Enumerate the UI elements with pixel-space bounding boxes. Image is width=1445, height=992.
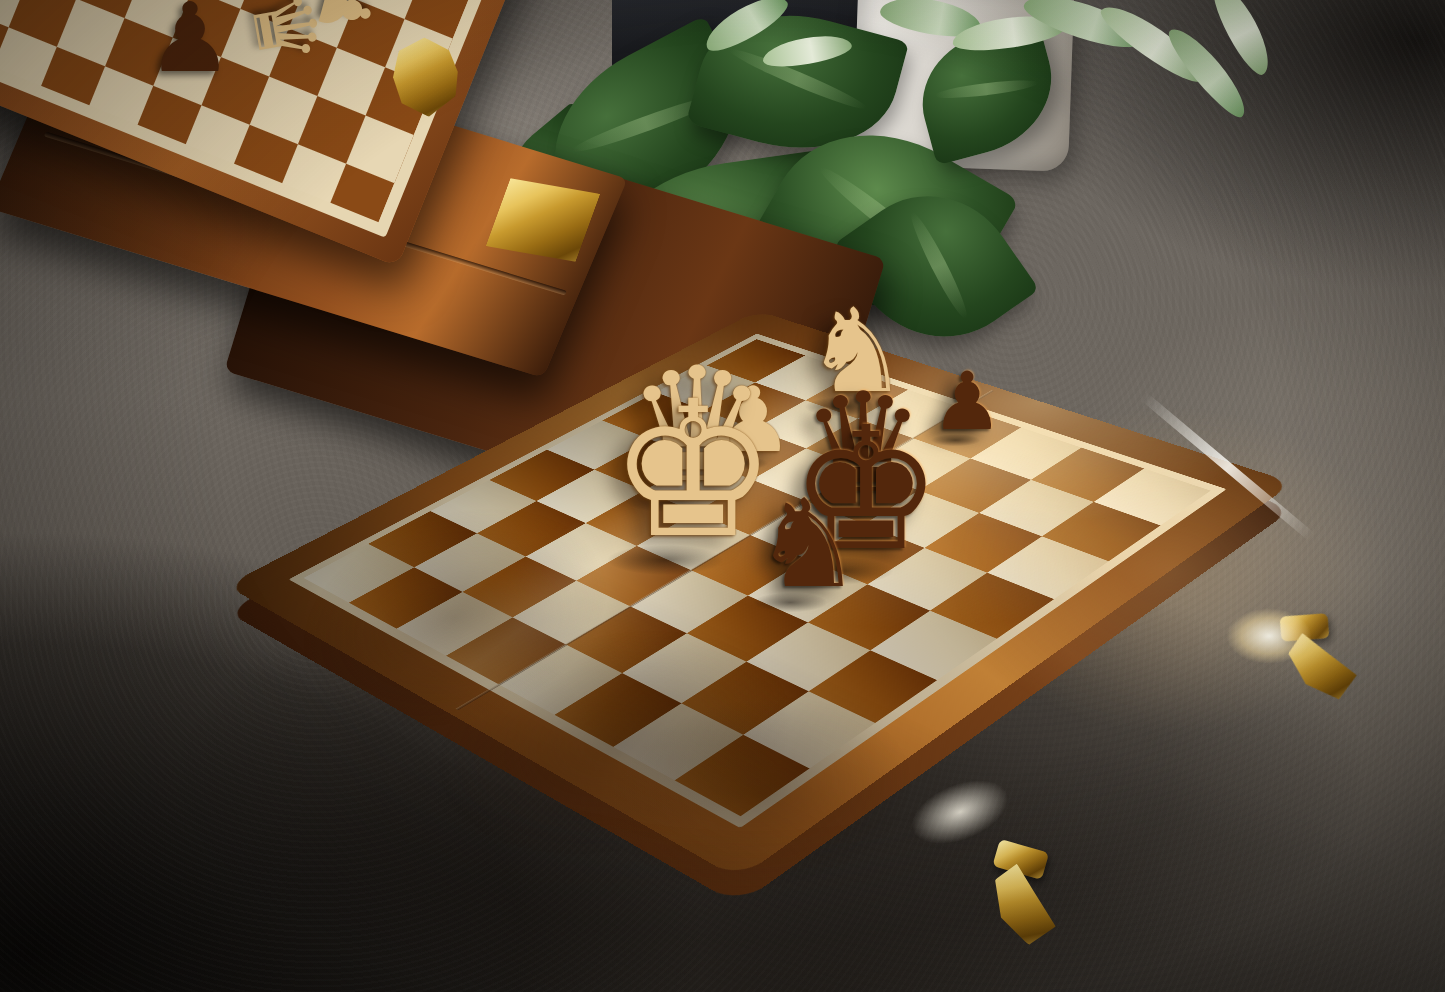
- box-top-pieces: ♟♛♟: [0, 0, 600, 300]
- piece-black-knight-d3[interactable]: ♞: [753, 483, 862, 605]
- piece-white-king-d5[interactable]: ♚: [609, 376, 778, 564]
- photo-scene: ♟♛♟ ♞♟♟♛♛♚♚♞: [0, 0, 1445, 992]
- box-piece-black-pawn: ♟: [147, 0, 233, 86]
